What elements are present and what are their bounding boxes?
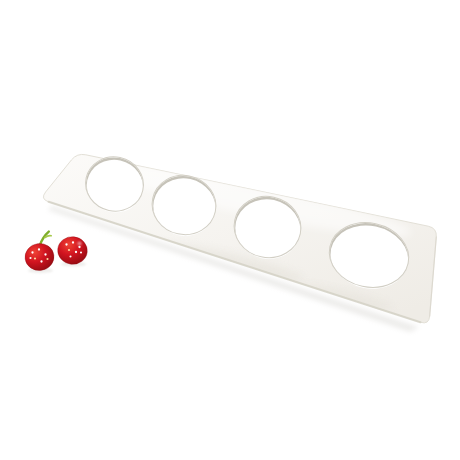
strawberry-seed (65, 243, 67, 245)
strawberry-seed (78, 246, 80, 248)
strawberry-seed (69, 255, 71, 257)
strawberry-seed (80, 251, 82, 253)
photo-canvas (0, 0, 460, 460)
strawberry-seed (29, 257, 31, 259)
strawberry-seed (38, 248, 40, 250)
strawberry-highlight (78, 242, 82, 246)
strawberry-seed (34, 257, 36, 259)
strawberry-seed (68, 249, 70, 251)
strawberry-seed (72, 241, 74, 243)
strawberry-seed (75, 251, 77, 253)
strawberry-seed (40, 260, 42, 262)
product-photo (0, 0, 460, 460)
strawberry-seed (44, 253, 46, 255)
strawberry-seed (31, 251, 33, 253)
strawberry-seed (46, 258, 48, 260)
